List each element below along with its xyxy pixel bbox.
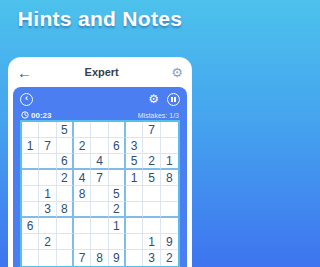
cell-r4c4[interactable]: 4 [74,170,91,186]
cell-r6c8[interactable] [143,202,160,218]
cell-r9c6[interactable]: 9 [109,250,126,266]
cell-r7c4[interactable] [74,218,91,234]
cell-r8c6[interactable] [109,234,126,250]
cell-r9c2[interactable] [39,250,56,266]
cell-r2c1[interactable]: 1 [22,138,39,154]
cell-r4c5[interactable]: 7 [91,170,108,186]
cell-r5c1[interactable] [22,186,39,202]
cell-r6c9[interactable] [161,202,178,218]
cell-r7c3[interactable] [57,218,74,234]
cell-r5c4[interactable]: 8 [74,186,91,202]
cell-r3c2[interactable] [39,154,56,170]
cell-r9c3[interactable] [57,250,74,266]
cell-r8c7[interactable] [126,234,143,250]
cell-r3c7[interactable]: 5 [126,154,143,170]
cell-r7c7[interactable] [126,218,143,234]
cell-r3c6[interactable] [109,154,126,170]
cell-r1c1[interactable] [22,122,39,138]
cell-r5c8[interactable] [143,186,160,202]
mistakes-counter: Mistakes: 1/3 [138,112,179,119]
cell-r9c7[interactable] [126,250,143,266]
cell-r5c6[interactable]: 5 [109,186,126,202]
cell-r5c2[interactable]: 1 [39,186,56,202]
cell-r1c7[interactable] [126,122,143,138]
page-title: Hints and Notes [0,7,200,31]
game-toolbar: ‹ ⚙ [20,92,180,106]
app-window: ← Expert ⚙ ‹ ⚙ 00:23 Mistakes: 1/3 [8,57,192,267]
cell-r7c6[interactable]: 1 [109,218,126,234]
cell-r9c8[interactable]: 3 [143,250,160,266]
app-bar: ← Expert ⚙ [8,57,192,87]
cell-r2c2[interactable]: 7 [39,138,56,154]
cell-r8c9[interactable]: 9 [161,234,178,250]
sudoku-board: 5717263645212471581853826121978932 [20,120,180,267]
cell-r9c4[interactable]: 7 [74,250,91,266]
cell-r6c4[interactable] [74,202,91,218]
cell-r1c6[interactable] [109,122,126,138]
cell-r5c7[interactable] [126,186,143,202]
timer-value: 00:23 [31,111,51,120]
cell-r3c8[interactable]: 2 [143,154,160,170]
timer: 00:23 [21,111,51,120]
undo-chevron-icon: ‹ [25,94,28,103]
cell-r8c2[interactable]: 2 [39,234,56,250]
cell-r7c1[interactable]: 6 [22,218,39,234]
cell-r3c9[interactable]: 1 [161,154,178,170]
cell-r4c3[interactable]: 2 [57,170,74,186]
cell-r3c5[interactable]: 4 [91,154,108,170]
cell-r4c2[interactable] [39,170,56,186]
cell-r4c7[interactable]: 1 [126,170,143,186]
cell-r7c9[interactable] [161,218,178,234]
cell-r7c8[interactable] [143,218,160,234]
cell-r8c4[interactable] [74,234,91,250]
difficulty-title: Expert [85,66,119,78]
in-game-settings-icon[interactable]: ⚙ [148,93,159,105]
cell-r9c1[interactable] [22,250,39,266]
cell-r2c5[interactable] [91,138,108,154]
game-panel: ‹ ⚙ 00:23 Mistakes: 1/3 5717263645212471… [13,87,187,267]
pause-button[interactable] [167,93,180,106]
cell-r2c3[interactable] [57,138,74,154]
cell-r1c2[interactable] [39,122,56,138]
cell-r1c8[interactable]: 7 [143,122,160,138]
cell-r1c4[interactable] [74,122,91,138]
undo-button[interactable]: ‹ [20,93,33,106]
cell-r9c9[interactable]: 2 [161,250,178,266]
cell-r1c9[interactable] [161,122,178,138]
cell-r4c8[interactable]: 5 [143,170,160,186]
cell-r2c9[interactable] [161,138,178,154]
cell-r3c1[interactable] [22,154,39,170]
cell-r4c6[interactable] [109,170,126,186]
cell-r4c9[interactable]: 8 [161,170,178,186]
cell-r6c2[interactable]: 3 [39,202,56,218]
cell-r9c5[interactable]: 8 [91,250,108,266]
pause-icon [171,97,176,102]
cell-r5c9[interactable] [161,186,178,202]
settings-gear-icon[interactable]: ⚙ [171,66,183,79]
cell-r5c3[interactable] [57,186,74,202]
cell-r7c5[interactable] [91,218,108,234]
back-icon[interactable]: ← [17,65,32,80]
cell-r8c8[interactable]: 1 [143,234,160,250]
cell-r8c3[interactable] [57,234,74,250]
cell-r8c5[interactable] [91,234,108,250]
cell-r2c6[interactable]: 6 [109,138,126,154]
cell-r6c5[interactable] [91,202,108,218]
cell-r3c4[interactable] [74,154,91,170]
cell-r6c1[interactable] [22,202,39,218]
cell-r2c8[interactable] [143,138,160,154]
cell-r2c7[interactable]: 3 [126,138,143,154]
cell-r1c3[interactable]: 5 [57,122,74,138]
cell-r6c7[interactable] [126,202,143,218]
cell-r2c4[interactable]: 2 [74,138,91,154]
clock-icon [21,111,29,119]
cell-r3c3[interactable]: 6 [57,154,74,170]
cell-r4c1[interactable] [22,170,39,186]
cell-r1c5[interactable] [91,122,108,138]
cell-r7c2[interactable] [39,218,56,234]
cell-r5c5[interactable] [91,186,108,202]
cell-r6c3[interactable]: 8 [57,202,74,218]
cell-r8c1[interactable] [22,234,39,250]
cell-r6c6[interactable]: 2 [109,202,126,218]
